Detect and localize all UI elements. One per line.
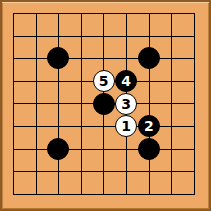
stone-white-move-3: 3 xyxy=(115,93,137,115)
move-number: 5 xyxy=(99,74,109,88)
stone-black xyxy=(47,47,69,69)
board-grid: 54312 xyxy=(13,13,195,195)
move-number: 3 xyxy=(121,97,131,111)
stone-black xyxy=(138,138,160,160)
stone-white-move-1: 1 xyxy=(115,115,137,137)
stone-black-move-4: 4 xyxy=(115,70,137,92)
go-board: 54312 xyxy=(0,0,211,211)
move-number: 2 xyxy=(144,119,154,133)
stone-black xyxy=(47,138,69,160)
stone-black xyxy=(93,93,115,115)
stone-black-move-2: 2 xyxy=(138,115,160,137)
stone-white-move-5: 5 xyxy=(93,70,115,92)
move-number: 4 xyxy=(121,74,131,88)
move-number: 1 xyxy=(121,119,131,133)
stone-black xyxy=(138,47,160,69)
